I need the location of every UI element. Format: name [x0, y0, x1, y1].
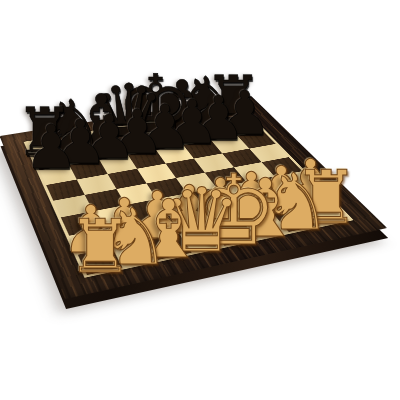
black-pawn-a7[interactable]: ♟ — [24, 117, 78, 178]
pieces-layer: ♜♞♝♛♚♝♞♜♟♟♟♟♟♟♟♟♟♟♟♟♟♟♟♟♜♞♝♛♚♝♞♜ — [0, 0, 400, 400]
chess-photo-stage: ♜♞♝♛♚♝♞♜♟♟♟♟♟♟♟♟♟♟♟♟♟♟♟♟♜♞♝♛♚♝♞♜ — [0, 0, 400, 400]
white-rook-a1[interactable]: ♜ — [67, 210, 133, 284]
